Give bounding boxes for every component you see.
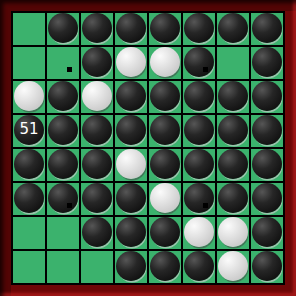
cell-g1[interactable] — [217, 13, 249, 45]
cell-e5[interactable] — [149, 149, 181, 181]
cell-b4[interactable] — [47, 115, 79, 147]
black-disc — [218, 81, 248, 111]
black-disc — [184, 251, 214, 281]
cell-e1[interactable] — [149, 13, 181, 45]
star-point-bottom-right — [203, 203, 208, 208]
cell-g3[interactable] — [217, 81, 249, 113]
white-disc — [14, 81, 44, 111]
black-disc: 51 — [14, 115, 44, 145]
black-disc — [14, 149, 44, 179]
cell-g7[interactable] — [217, 217, 249, 249]
white-disc — [218, 251, 248, 281]
cell-f4[interactable] — [183, 115, 215, 147]
cell-b6[interactable] — [47, 183, 79, 215]
cell-a7[interactable] — [13, 217, 45, 249]
othello-game-window: 51 — [0, 0, 296, 296]
black-disc — [14, 183, 44, 213]
black-disc — [218, 183, 248, 213]
cell-c7[interactable] — [81, 217, 113, 249]
cell-h3[interactable] — [251, 81, 283, 113]
white-disc — [116, 149, 146, 179]
white-disc — [218, 217, 248, 247]
cell-b7[interactable] — [47, 217, 79, 249]
white-disc — [150, 183, 180, 213]
black-disc — [184, 13, 214, 43]
star-point-top-left — [67, 67, 72, 72]
cell-d6[interactable] — [115, 183, 147, 215]
black-disc — [184, 115, 214, 145]
black-disc — [116, 115, 146, 145]
black-disc — [82, 115, 112, 145]
black-disc — [48, 13, 78, 43]
black-disc — [116, 183, 146, 213]
cell-c2[interactable] — [81, 47, 113, 79]
cell-d5[interactable] — [115, 149, 147, 181]
cell-f7[interactable] — [183, 217, 215, 249]
white-disc — [184, 217, 214, 247]
cell-g4[interactable] — [217, 115, 249, 147]
black-disc — [252, 183, 282, 213]
black-disc — [184, 81, 214, 111]
cell-c6[interactable] — [81, 183, 113, 215]
cell-e3[interactable] — [149, 81, 181, 113]
cell-c8[interactable] — [81, 251, 113, 283]
cell-b5[interactable] — [47, 149, 79, 181]
black-disc — [116, 251, 146, 281]
star-point-top-right — [203, 67, 208, 72]
cell-f8[interactable] — [183, 251, 215, 283]
cell-h6[interactable] — [251, 183, 283, 215]
cell-e4[interactable] — [149, 115, 181, 147]
cell-f2[interactable] — [183, 47, 215, 79]
black-disc — [82, 217, 112, 247]
cell-e7[interactable] — [149, 217, 181, 249]
cell-d2[interactable] — [115, 47, 147, 79]
cell-f5[interactable] — [183, 149, 215, 181]
white-disc — [82, 81, 112, 111]
cell-f1[interactable] — [183, 13, 215, 45]
cell-b2[interactable] — [47, 47, 79, 79]
cell-d7[interactable] — [115, 217, 147, 249]
cell-a8[interactable] — [13, 251, 45, 283]
black-disc — [116, 81, 146, 111]
black-disc — [252, 251, 282, 281]
cell-a3[interactable] — [13, 81, 45, 113]
cell-a4[interactable]: 51 — [13, 115, 45, 147]
cell-a1[interactable] — [13, 13, 45, 45]
black-disc — [218, 13, 248, 43]
black-disc — [82, 13, 112, 43]
black-disc — [48, 183, 78, 213]
cell-e8[interactable] — [149, 251, 181, 283]
cell-g6[interactable] — [217, 183, 249, 215]
white-disc — [150, 47, 180, 77]
cell-c5[interactable] — [81, 149, 113, 181]
cell-e6[interactable] — [149, 183, 181, 215]
black-disc — [150, 81, 180, 111]
black-disc — [252, 149, 282, 179]
cell-d3[interactable] — [115, 81, 147, 113]
black-disc — [184, 47, 214, 77]
black-disc — [252, 13, 282, 43]
black-disc — [116, 13, 146, 43]
black-disc — [150, 115, 180, 145]
cell-d4[interactable] — [115, 115, 147, 147]
cell-f6[interactable] — [183, 183, 215, 215]
black-disc — [184, 149, 214, 179]
cell-b1[interactable] — [47, 13, 79, 45]
black-disc — [150, 149, 180, 179]
othello-board: 51 — [11, 11, 285, 285]
black-disc — [82, 183, 112, 213]
black-disc — [252, 81, 282, 111]
black-disc — [150, 251, 180, 281]
black-disc — [48, 115, 78, 145]
cell-d8[interactable] — [115, 251, 147, 283]
cell-c4[interactable] — [81, 115, 113, 147]
black-disc — [218, 149, 248, 179]
last-move-number: 51 — [19, 122, 38, 137]
cell-g2[interactable] — [217, 47, 249, 79]
cell-a6[interactable] — [13, 183, 45, 215]
cell-h8[interactable] — [251, 251, 283, 283]
cell-h1[interactable] — [251, 13, 283, 45]
cell-h5[interactable] — [251, 149, 283, 181]
black-disc — [150, 13, 180, 43]
black-disc — [82, 149, 112, 179]
cell-d1[interactable] — [115, 13, 147, 45]
white-disc — [116, 47, 146, 77]
black-disc — [184, 183, 214, 213]
black-disc — [252, 115, 282, 145]
cell-a2[interactable] — [13, 47, 45, 79]
cell-f3[interactable] — [183, 81, 215, 113]
black-disc — [82, 47, 112, 77]
black-disc — [116, 217, 146, 247]
black-disc — [48, 149, 78, 179]
cell-b3[interactable] — [47, 81, 79, 113]
black-disc — [218, 115, 248, 145]
black-disc — [48, 81, 78, 111]
cell-g8[interactable] — [217, 251, 249, 283]
cell-c3[interactable] — [81, 81, 113, 113]
black-disc — [252, 217, 282, 247]
black-disc — [150, 217, 180, 247]
cell-c1[interactable] — [81, 13, 113, 45]
cell-e2[interactable] — [149, 47, 181, 79]
cell-h7[interactable] — [251, 217, 283, 249]
cell-h4[interactable] — [251, 115, 283, 147]
cell-b8[interactable] — [47, 251, 79, 283]
black-disc — [252, 47, 282, 77]
cell-a5[interactable] — [13, 149, 45, 181]
star-point-bottom-left — [67, 203, 72, 208]
cell-h2[interactable] — [251, 47, 283, 79]
cell-g5[interactable] — [217, 149, 249, 181]
